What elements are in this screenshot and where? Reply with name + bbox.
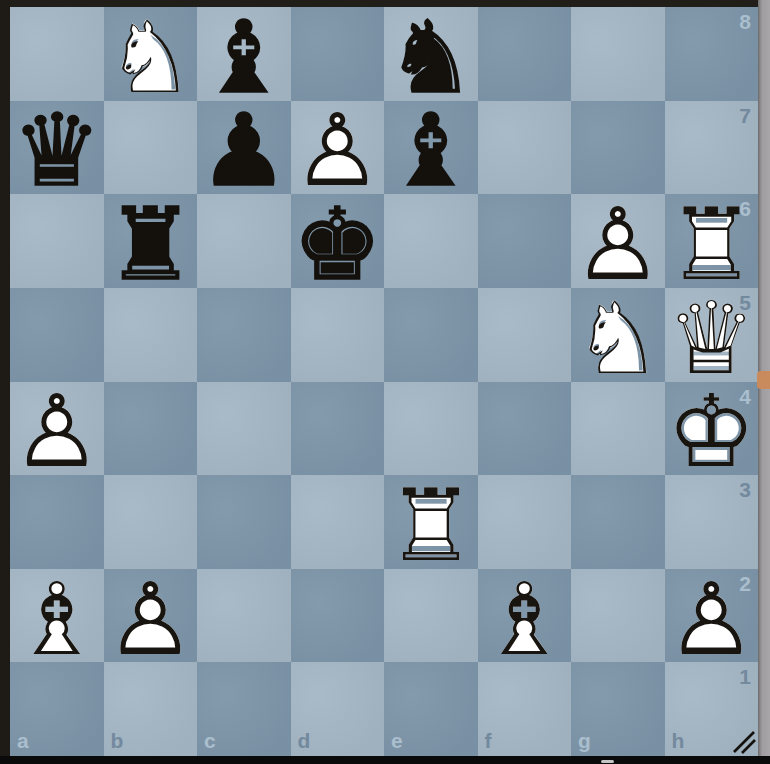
square-g1[interactable]: g xyxy=(571,662,665,756)
square-h2[interactable]: ♟♙2 xyxy=(665,569,759,663)
square-f2[interactable]: ♝♗ xyxy=(478,569,572,663)
square-a4[interactable]: ♟♙ xyxy=(10,382,104,476)
white-bishop-outline: ♗ xyxy=(10,572,104,666)
rank-label-3: 3 xyxy=(739,478,751,502)
file-label-e: e xyxy=(391,729,403,753)
bottom-bar xyxy=(0,756,770,764)
square-f8[interactable] xyxy=(478,7,572,101)
rank-label-6: 6 xyxy=(739,197,751,221)
scrollbar-marker xyxy=(757,371,770,389)
square-a7[interactable]: ♛ xyxy=(10,101,104,195)
white-knight[interactable]: ♞ xyxy=(571,292,665,386)
black-pawn[interactable]: ♟ xyxy=(197,104,291,198)
rank-label-1: 1 xyxy=(739,665,751,689)
clipped-text-fragment xyxy=(601,760,614,763)
square-e8[interactable]: ♞ xyxy=(384,7,478,101)
square-d7[interactable]: ♟♙ xyxy=(291,101,385,195)
square-g3[interactable] xyxy=(571,475,665,569)
square-a8[interactable] xyxy=(10,7,104,101)
square-c7[interactable]: ♟ xyxy=(197,101,291,195)
square-c2[interactable] xyxy=(197,569,291,663)
square-a2[interactable]: ♝♗ xyxy=(10,569,104,663)
square-b2[interactable]: ♟♙ xyxy=(104,569,198,663)
square-d2[interactable] xyxy=(291,569,385,663)
square-d6[interactable]: ♚ xyxy=(291,194,385,288)
square-h8[interactable]: 8 xyxy=(665,7,759,101)
frame-top-border xyxy=(0,0,758,7)
square-a6[interactable] xyxy=(10,194,104,288)
square-g4[interactable] xyxy=(571,382,665,476)
white-pawn[interactable]: ♟ xyxy=(291,104,385,198)
square-f1[interactable]: f xyxy=(478,662,572,756)
square-h7[interactable]: 7 xyxy=(665,101,759,195)
square-b1[interactable]: b xyxy=(104,662,198,756)
white-knight-outline: ♘ xyxy=(104,11,198,105)
white-bishop[interactable]: ♝ xyxy=(10,572,104,666)
white-pawn-outline: ♙ xyxy=(104,572,198,666)
file-label-g: g xyxy=(578,729,591,753)
square-h5[interactable]: ♛♕5 xyxy=(665,288,759,382)
white-knight-outline: ♘ xyxy=(571,292,665,386)
square-b4[interactable] xyxy=(104,382,198,476)
black-queen[interactable]: ♛ xyxy=(10,104,104,198)
square-c3[interactable] xyxy=(197,475,291,569)
square-b8[interactable]: ♞♘ xyxy=(104,7,198,101)
file-label-c: c xyxy=(204,729,216,753)
square-c6[interactable] xyxy=(197,194,291,288)
square-a3[interactable] xyxy=(10,475,104,569)
square-b5[interactable] xyxy=(104,288,198,382)
square-b6[interactable]: ♜ xyxy=(104,194,198,288)
square-e1[interactable]: e xyxy=(384,662,478,756)
square-e3[interactable]: ♜♖ xyxy=(384,475,478,569)
black-bishop[interactable]: ♝ xyxy=(197,11,291,105)
white-pawn[interactable]: ♟ xyxy=(104,572,198,666)
white-pawn-outline: ♙ xyxy=(571,198,665,292)
square-e2[interactable] xyxy=(384,569,478,663)
square-h6[interactable]: ♜♖6 xyxy=(665,194,759,288)
white-pawn-outline: ♙ xyxy=(10,385,104,479)
file-label-d: d xyxy=(298,729,311,753)
black-king[interactable]: ♚ xyxy=(291,198,385,292)
square-d4[interactable] xyxy=(291,382,385,476)
square-f7[interactable] xyxy=(478,101,572,195)
square-f5[interactable] xyxy=(478,288,572,382)
square-f6[interactable] xyxy=(478,194,572,288)
square-b7[interactable] xyxy=(104,101,198,195)
square-h4[interactable]: ♚♔4 xyxy=(665,382,759,476)
resize-handle-icon[interactable] xyxy=(731,729,757,755)
square-d5[interactable] xyxy=(291,288,385,382)
square-h3[interactable]: 3 xyxy=(665,475,759,569)
chess-board: ♞♘♝♞8♛♟♟♙♝7♜♚♟♙♜♖6♞♘♛♕5♟♙♚♔4♜♖3♝♗♟♙♝♗♟♙2… xyxy=(10,7,758,756)
square-c1[interactable]: c xyxy=(197,662,291,756)
square-e6[interactable] xyxy=(384,194,478,288)
square-e4[interactable] xyxy=(384,382,478,476)
square-g6[interactable]: ♟♙ xyxy=(571,194,665,288)
white-rook[interactable]: ♜ xyxy=(384,479,478,573)
square-d3[interactable] xyxy=(291,475,385,569)
white-knight[interactable]: ♞ xyxy=(104,11,198,105)
rank-label-4: 4 xyxy=(739,385,751,409)
black-knight[interactable]: ♞ xyxy=(384,11,478,105)
white-pawn[interactable]: ♟ xyxy=(571,198,665,292)
square-g5[interactable]: ♞♘ xyxy=(571,288,665,382)
square-c5[interactable] xyxy=(197,288,291,382)
black-rook[interactable]: ♜ xyxy=(104,198,198,292)
white-pawn[interactable]: ♟ xyxy=(10,385,104,479)
square-g8[interactable] xyxy=(571,7,665,101)
rank-label-2: 2 xyxy=(739,572,751,596)
square-c4[interactable] xyxy=(197,382,291,476)
rank-label-8: 8 xyxy=(739,10,751,34)
rank-label-7: 7 xyxy=(739,104,751,128)
rank-label-5: 5 xyxy=(739,291,751,315)
black-bishop[interactable]: ♝ xyxy=(384,104,478,198)
square-d8[interactable] xyxy=(291,7,385,101)
square-d1[interactable]: d xyxy=(291,662,385,756)
square-e7[interactable]: ♝ xyxy=(384,101,478,195)
square-f3[interactable] xyxy=(478,475,572,569)
chess-app-window: ♞♘♝♞8♛♟♟♙♝7♜♚♟♙♜♖6♞♘♛♕5♟♙♚♔4♜♖3♝♗♟♙♝♗♟♙2… xyxy=(0,0,770,764)
file-label-f: f xyxy=(485,729,492,753)
file-label-a: a xyxy=(17,729,29,753)
square-g2[interactable] xyxy=(571,569,665,663)
white-pawn-outline: ♙ xyxy=(291,104,385,198)
square-c8[interactable]: ♝ xyxy=(197,7,291,101)
square-f4[interactable] xyxy=(478,382,572,476)
square-g7[interactable] xyxy=(571,101,665,195)
square-a1[interactable]: a xyxy=(10,662,104,756)
white-bishop[interactable]: ♝ xyxy=(478,572,572,666)
square-a5[interactable] xyxy=(10,288,104,382)
frame-left-border xyxy=(0,0,10,756)
white-rook-outline: ♖ xyxy=(384,479,478,573)
file-label-h: h xyxy=(672,729,685,753)
file-label-b: b xyxy=(111,729,124,753)
white-bishop-outline: ♗ xyxy=(478,572,572,666)
square-b3[interactable] xyxy=(104,475,198,569)
square-e5[interactable] xyxy=(384,288,478,382)
